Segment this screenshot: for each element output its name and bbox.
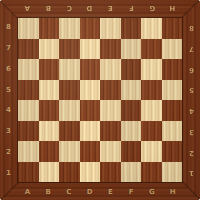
square-e1[interactable]	[100, 162, 121, 183]
square-g1[interactable]	[141, 162, 162, 183]
square-h4[interactable]	[162, 100, 183, 121]
board-frame-right	[183, 0, 200, 200]
square-b1[interactable]	[39, 162, 60, 183]
square-b3[interactable]	[39, 121, 60, 142]
square-g8[interactable]	[141, 18, 162, 39]
square-f5[interactable]	[121, 80, 142, 101]
square-b7[interactable]	[39, 39, 60, 60]
board-frame-top	[0, 0, 200, 17]
square-h1[interactable]	[162, 162, 183, 183]
chess-board: ABCDEFGH ABCDEFGH 87654321 87654321	[0, 0, 200, 200]
square-d7[interactable]	[80, 39, 101, 60]
square-e7[interactable]	[100, 39, 121, 60]
square-b5[interactable]	[39, 80, 60, 101]
square-g3[interactable]	[141, 121, 162, 142]
square-d5[interactable]	[80, 80, 101, 101]
square-a8[interactable]	[18, 18, 39, 39]
square-d6[interactable]	[80, 59, 101, 80]
playing-area	[17, 17, 183, 183]
square-c6[interactable]	[59, 59, 80, 80]
square-h6[interactable]	[162, 59, 183, 80]
square-c8[interactable]	[59, 18, 80, 39]
square-a5[interactable]	[18, 80, 39, 101]
square-f8[interactable]	[121, 18, 142, 39]
square-f1[interactable]	[121, 162, 142, 183]
square-e2[interactable]	[100, 141, 121, 162]
square-d4[interactable]	[80, 100, 101, 121]
square-h5[interactable]	[162, 80, 183, 101]
square-e5[interactable]	[100, 80, 121, 101]
square-f2[interactable]	[121, 141, 142, 162]
square-e3[interactable]	[100, 121, 121, 142]
square-d8[interactable]	[80, 18, 101, 39]
square-h8[interactable]	[162, 18, 183, 39]
square-a1[interactable]	[18, 162, 39, 183]
square-e8[interactable]	[100, 18, 121, 39]
square-c4[interactable]	[59, 100, 80, 121]
square-b2[interactable]	[39, 141, 60, 162]
square-d2[interactable]	[80, 141, 101, 162]
square-c5[interactable]	[59, 80, 80, 101]
board-frame-left	[0, 0, 17, 200]
square-g6[interactable]	[141, 59, 162, 80]
square-a4[interactable]	[18, 100, 39, 121]
square-f3[interactable]	[121, 121, 142, 142]
square-a3[interactable]	[18, 121, 39, 142]
square-h2[interactable]	[162, 141, 183, 162]
square-h7[interactable]	[162, 39, 183, 60]
square-d3[interactable]	[80, 121, 101, 142]
square-a7[interactable]	[18, 39, 39, 60]
square-b4[interactable]	[39, 100, 60, 121]
square-h3[interactable]	[162, 121, 183, 142]
board-frame-bottom	[0, 183, 200, 200]
square-b6[interactable]	[39, 59, 60, 80]
square-b8[interactable]	[39, 18, 60, 39]
square-c3[interactable]	[59, 121, 80, 142]
square-c1[interactable]	[59, 162, 80, 183]
square-c2[interactable]	[59, 141, 80, 162]
square-f6[interactable]	[121, 59, 142, 80]
square-g7[interactable]	[141, 39, 162, 60]
square-a2[interactable]	[18, 141, 39, 162]
square-g5[interactable]	[141, 80, 162, 101]
square-f4[interactable]	[121, 100, 142, 121]
chess-board-photo: ABCDEFGH ABCDEFGH 87654321 87654321	[0, 0, 200, 200]
square-g2[interactable]	[141, 141, 162, 162]
square-c7[interactable]	[59, 39, 80, 60]
square-f7[interactable]	[121, 39, 142, 60]
square-e6[interactable]	[100, 59, 121, 80]
square-e4[interactable]	[100, 100, 121, 121]
square-a6[interactable]	[18, 59, 39, 80]
square-d1[interactable]	[80, 162, 101, 183]
square-g4[interactable]	[141, 100, 162, 121]
